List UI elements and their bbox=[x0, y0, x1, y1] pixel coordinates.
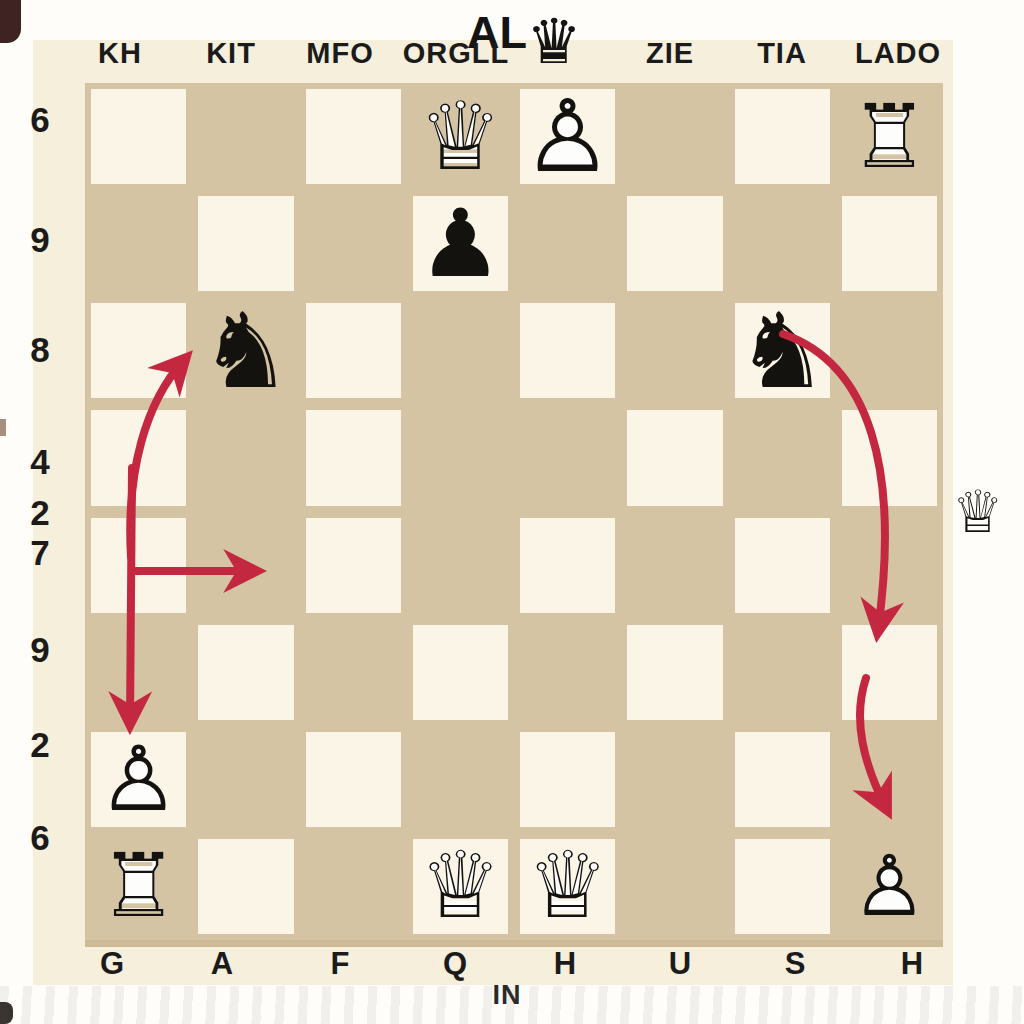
botlab-S: S bbox=[785, 946, 806, 982]
square-r1c1 bbox=[85, 83, 192, 190]
square-r3c6 bbox=[621, 297, 728, 404]
black-queen-icon: ♛ bbox=[526, 11, 582, 73]
botlab-H: H bbox=[901, 946, 923, 982]
square-r6c2 bbox=[192, 619, 299, 726]
square-r4c7 bbox=[729, 404, 836, 511]
square-r7c8 bbox=[836, 726, 943, 833]
square-r8c2 bbox=[192, 833, 299, 940]
square-r1c2 bbox=[192, 83, 299, 190]
square-r2c7 bbox=[729, 190, 836, 297]
square-r3c3 bbox=[300, 297, 407, 404]
queen-glyph-outline: ♕ bbox=[943, 477, 1013, 547]
square-r4c5 bbox=[514, 404, 621, 511]
square-r5c2 bbox=[192, 512, 299, 619]
square-r5c1 bbox=[85, 512, 192, 619]
ranklab-9: 9 bbox=[30, 220, 49, 260]
square-r5c4 bbox=[407, 512, 514, 619]
chess-diagram: ♛♕♟♙♜♖♟♞♞♟♙♜♖♛♕♛♕♟♙ AL ♛ ♛ ♕ KHKITMFOORG… bbox=[0, 0, 1024, 1024]
toplab-MFO: MFO bbox=[306, 37, 373, 70]
square-r7c3 bbox=[300, 726, 407, 833]
square-r1c8 bbox=[836, 83, 943, 190]
square-r5c7 bbox=[729, 512, 836, 619]
square-r8c7 bbox=[729, 833, 836, 940]
ranklab-6: 6 bbox=[30, 100, 49, 140]
toplab-ZIE: ZIE bbox=[646, 37, 694, 70]
square-r8c4 bbox=[407, 833, 514, 940]
square-r5c3 bbox=[300, 512, 407, 619]
square-r2c8 bbox=[836, 190, 943, 297]
square-r5c5 bbox=[514, 512, 621, 619]
botlab-A: A bbox=[211, 946, 233, 982]
ranklab-8: 8 bbox=[30, 330, 49, 370]
square-r2c1 bbox=[85, 190, 192, 297]
square-r1c4 bbox=[407, 83, 514, 190]
square-r6c6 bbox=[621, 619, 728, 726]
square-r6c1 bbox=[85, 619, 192, 726]
ranklab-7: 7 bbox=[30, 533, 49, 573]
white-queen-margin-icon: ♛ ♕ bbox=[943, 477, 1013, 547]
square-r3c8 bbox=[836, 297, 943, 404]
square-r1c7 bbox=[729, 83, 836, 190]
chess-board: ♛♕♟♙♜♖♟♞♞♟♙♜♖♛♕♛♕♟♙ bbox=[85, 83, 943, 940]
ranklab-2: 2 bbox=[30, 493, 49, 533]
botlab-H: H bbox=[554, 946, 576, 982]
square-r8c1 bbox=[85, 833, 192, 940]
corner-smudge bbox=[0, 0, 21, 43]
square-r4c8 bbox=[836, 404, 943, 511]
square-r4c2 bbox=[192, 404, 299, 511]
square-r6c8 bbox=[836, 619, 943, 726]
botlab-U: U bbox=[669, 946, 691, 982]
square-r2c6 bbox=[621, 190, 728, 297]
square-r6c4 bbox=[407, 619, 514, 726]
square-r1c5 bbox=[514, 83, 621, 190]
square-r4c1 bbox=[85, 404, 192, 511]
square-r6c7 bbox=[729, 619, 836, 726]
ranklab-4: 4 bbox=[30, 442, 49, 482]
square-r7c2 bbox=[192, 726, 299, 833]
square-r3c2 bbox=[192, 297, 299, 404]
square-r8c5 bbox=[514, 833, 621, 940]
square-r3c4 bbox=[407, 297, 514, 404]
toplab-KIT: KIT bbox=[206, 37, 256, 70]
square-r6c5 bbox=[514, 619, 621, 726]
botlab-Q: Q bbox=[443, 946, 467, 982]
square-r4c4 bbox=[407, 404, 514, 511]
square-r3c7 bbox=[729, 297, 836, 404]
square-r5c8 bbox=[836, 512, 943, 619]
botlab-G: G bbox=[100, 946, 124, 982]
square-r5c6 bbox=[621, 512, 728, 619]
square-r4c6 bbox=[621, 404, 728, 511]
botlab-F: F bbox=[331, 946, 350, 982]
ranklab-9: 9 bbox=[30, 630, 49, 670]
toplab-KH: KH bbox=[98, 37, 142, 70]
square-r7c1 bbox=[85, 726, 192, 833]
square-r2c2 bbox=[192, 190, 299, 297]
paper-noise bbox=[0, 986, 1024, 1024]
square-r1c6 bbox=[621, 83, 728, 190]
ranklab-2: 2 bbox=[30, 725, 49, 765]
square-r8c3 bbox=[300, 833, 407, 940]
square-r2c4 bbox=[407, 190, 514, 297]
square-r3c1 bbox=[85, 297, 192, 404]
square-r3c5 bbox=[514, 297, 621, 404]
square-r7c6 bbox=[621, 726, 728, 833]
toplab-LADO: LADO bbox=[855, 37, 941, 70]
square-r8c8 bbox=[836, 833, 943, 940]
square-r6c3 bbox=[300, 619, 407, 726]
square-r1c3 bbox=[300, 83, 407, 190]
square-r2c5 bbox=[514, 190, 621, 297]
square-r7c5 bbox=[514, 726, 621, 833]
toplab-TIA: TIA bbox=[757, 37, 807, 70]
square-r7c7 bbox=[729, 726, 836, 833]
square-r8c6 bbox=[621, 833, 728, 940]
square-r7c4 bbox=[407, 726, 514, 833]
edge-smudge bbox=[0, 419, 6, 436]
square-r2c3 bbox=[300, 190, 407, 297]
ranklab-6: 6 bbox=[30, 818, 49, 858]
square-r4c3 bbox=[300, 404, 407, 511]
toplab-ORGLL: ORGLL bbox=[403, 37, 510, 70]
